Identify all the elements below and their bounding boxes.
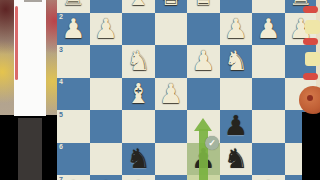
black-pawn-c5[interactable]: ♟	[220, 110, 253, 143]
square-b3[interactable]	[252, 45, 285, 78]
black-knight-f6[interactable]: ♞	[122, 143, 155, 176]
yellow-bar-icon	[305, 52, 320, 66]
white-knight-c3[interactable]: ♞	[220, 45, 253, 78]
rank-label-6: 6	[59, 143, 63, 151]
square-g3[interactable]	[90, 45, 123, 78]
square-c6[interactable]: ♞	[220, 143, 253, 176]
screen: 1♜♝♚♛♜2♟♟♟♟♟3♞♟♞4♝♟5♟6♞♟♞7♟♟♟♟♟8 ✓	[0, 0, 320, 180]
white-pawn-c2[interactable]: ♟	[220, 13, 253, 46]
red-accent-line	[15, 6, 18, 80]
white-bishop-f1[interactable]: ♝	[122, 0, 155, 13]
white-pawn-h2[interactable]: ♟	[57, 13, 90, 46]
white-knight-f3[interactable]: ♞	[122, 45, 155, 78]
square-e6[interactable]	[155, 143, 188, 176]
square-d2[interactable]	[187, 13, 220, 46]
square-e3[interactable]	[155, 45, 188, 78]
square-e5[interactable]	[155, 110, 188, 143]
square-b5[interactable]	[252, 110, 285, 143]
white-pawn-g2[interactable]: ♟	[90, 13, 123, 46]
red-dash-icon	[303, 73, 318, 80]
square-g1[interactable]	[90, 0, 123, 13]
white-rook-h1[interactable]: ♜	[57, 0, 90, 13]
check-glyph: ✓	[208, 136, 216, 150]
square-g2[interactable]: ♟	[90, 13, 123, 46]
square-d3[interactable]: ♟	[187, 45, 220, 78]
yellow-bar-icon	[305, 20, 320, 34]
bottom-gray-column	[18, 118, 42, 180]
square-e2[interactable]	[155, 13, 188, 46]
square-h2[interactable]: 2♟	[57, 13, 90, 46]
square-h5[interactable]: 5	[57, 110, 90, 143]
left-white-panel	[14, 0, 46, 116]
rank-label-4: 4	[59, 78, 63, 86]
black-pawn-f7[interactable]: ♟	[122, 175, 155, 180]
square-f2[interactable]	[122, 13, 155, 46]
rank-label-3: 3	[59, 46, 63, 54]
square-e4[interactable]: ♟	[155, 78, 188, 111]
correct-move-check-icon: ✓	[205, 136, 219, 150]
black-knight-c6[interactable]: ♞	[220, 143, 253, 176]
square-f1[interactable]: ♝	[122, 0, 155, 13]
square-c2[interactable]: ♟	[220, 13, 253, 46]
red-dash-icon	[303, 6, 318, 13]
square-f3[interactable]: ♞	[122, 45, 155, 78]
square-b4[interactable]	[252, 78, 285, 111]
square-f6[interactable]: ♞	[122, 143, 155, 176]
right-black-corner	[302, 112, 320, 180]
square-g5[interactable]	[90, 110, 123, 143]
white-bishop-f4[interactable]: ♝	[122, 78, 155, 111]
square-h1[interactable]: 1♜	[57, 0, 90, 13]
white-pawn-d3[interactable]: ♟	[187, 45, 220, 78]
square-e7[interactable]	[155, 175, 188, 180]
square-d4[interactable]	[187, 78, 220, 111]
white-pawn-b2[interactable]: ♟	[252, 13, 285, 46]
red-dash-icon	[303, 38, 318, 45]
square-c3[interactable]: ♞	[220, 45, 253, 78]
white-pawn-e4[interactable]: ♟	[155, 78, 188, 111]
square-h4[interactable]: 4	[57, 78, 90, 111]
square-h3[interactable]: 3	[57, 45, 90, 78]
rank-label-5: 5	[59, 111, 63, 119]
square-d1[interactable]: ♛	[187, 0, 220, 13]
square-b1[interactable]	[252, 0, 285, 13]
square-c5[interactable]: ♟	[220, 110, 253, 143]
square-b6[interactable]	[252, 143, 285, 176]
square-h6[interactable]: 6	[57, 143, 90, 176]
square-c1[interactable]	[220, 0, 253, 13]
black-pawn-h7[interactable]: ♟	[57, 175, 90, 180]
square-g6[interactable]	[90, 143, 123, 176]
square-b7[interactable]: ♟	[252, 175, 285, 180]
black-pawn-b7[interactable]: ♟	[252, 175, 285, 180]
chess-board[interactable]: 1♜♝♚♛♜2♟♟♟♟♟3♞♟♞4♝♟5♟6♞♟♞7♟♟♟♟♟8	[57, 0, 317, 180]
hint-arrow-head-icon	[194, 118, 212, 131]
square-g4[interactable]	[90, 78, 123, 111]
square-c7[interactable]	[220, 175, 253, 180]
orange-circle-dot	[307, 95, 313, 101]
square-e1[interactable]: ♚	[155, 0, 188, 13]
orange-circle-icon	[299, 86, 320, 114]
square-f5[interactable]	[122, 110, 155, 143]
tiny-cropped-text	[24, 0, 42, 2]
square-g7[interactable]: ♟	[90, 175, 123, 180]
square-h7[interactable]: 7♟	[57, 175, 90, 180]
square-c4[interactable]	[220, 78, 253, 111]
square-f4[interactable]: ♝	[122, 78, 155, 111]
white-king-e1[interactable]: ♚	[155, 0, 188, 13]
black-pawn-g7[interactable]: ♟	[90, 175, 123, 180]
white-queen-d1[interactable]: ♛	[187, 0, 220, 13]
square-b2[interactable]: ♟	[252, 13, 285, 46]
square-f7[interactable]: ♟	[122, 175, 155, 180]
